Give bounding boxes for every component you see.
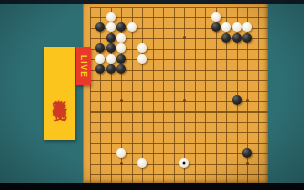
star-point bbox=[246, 99, 249, 102]
white-stone bbox=[137, 43, 147, 53]
white-stone bbox=[137, 54, 147, 64]
white-stone bbox=[137, 158, 147, 168]
black-stone bbox=[242, 148, 252, 158]
title-banner-text: 常形易错变化 bbox=[53, 89, 67, 98]
live-badge: LIVE bbox=[76, 47, 91, 85]
board-points-layer bbox=[84, 1, 263, 178]
star-point bbox=[120, 99, 123, 102]
white-stone bbox=[116, 148, 126, 158]
white-stone bbox=[106, 22, 116, 32]
white-stone bbox=[95, 54, 105, 64]
black-stone bbox=[95, 64, 105, 74]
last-move-marker bbox=[183, 162, 186, 165]
star-point bbox=[183, 36, 186, 39]
white-stone bbox=[179, 158, 189, 168]
black-stone bbox=[116, 22, 126, 32]
white-stone bbox=[106, 12, 116, 22]
white-stone bbox=[116, 33, 126, 43]
black-stone bbox=[106, 64, 116, 74]
white-stone bbox=[211, 12, 221, 22]
black-stone bbox=[106, 43, 116, 53]
black-stone bbox=[116, 64, 126, 74]
black-stone bbox=[232, 33, 242, 43]
white-stone bbox=[127, 22, 137, 32]
black-stone bbox=[106, 33, 116, 43]
go-board[interactable] bbox=[83, 4, 268, 183]
star-point bbox=[120, 162, 123, 165]
white-stone bbox=[232, 22, 242, 32]
star-point bbox=[246, 162, 249, 165]
star-point bbox=[183, 99, 186, 102]
black-stone bbox=[95, 22, 105, 32]
black-stone bbox=[116, 54, 126, 64]
black-stone bbox=[242, 33, 252, 43]
title-banner: 常形易错变化 bbox=[44, 47, 75, 140]
white-stone bbox=[106, 54, 116, 64]
white-stone bbox=[221, 22, 231, 32]
white-stone bbox=[116, 43, 126, 53]
bottom-letterbox-bar bbox=[0, 183, 304, 190]
black-stone bbox=[221, 33, 231, 43]
black-stone bbox=[211, 22, 221, 32]
black-stone bbox=[232, 95, 242, 105]
stream-frame: { "game": "go", "overlay": { "banner_tex… bbox=[0, 0, 304, 190]
live-badge-text: LIVE bbox=[79, 55, 88, 78]
white-stone bbox=[242, 22, 252, 32]
black-stone bbox=[95, 43, 105, 53]
